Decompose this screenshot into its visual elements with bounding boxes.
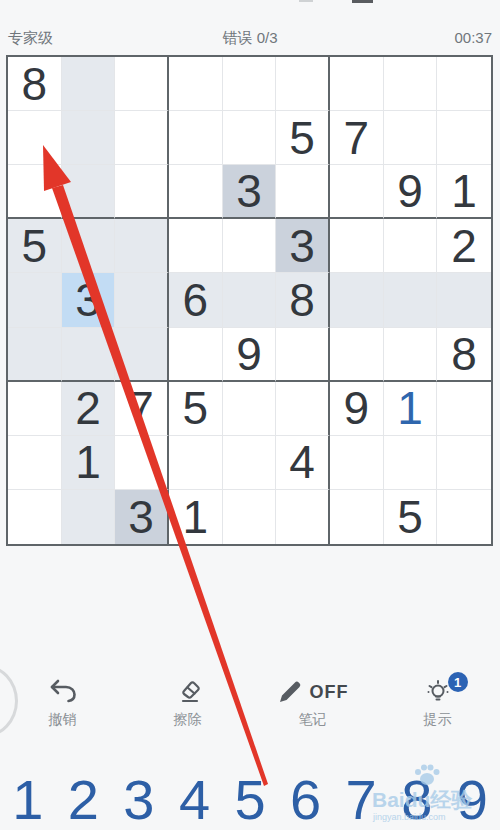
cell-r5c6[interactable]: 8 <box>276 273 330 327</box>
cell-r8c7[interactable] <box>330 436 384 490</box>
cell-r4c4[interactable] <box>169 219 223 273</box>
cell-r2c7[interactable]: 7 <box>330 111 384 165</box>
cell-r5c1[interactable] <box>8 273 62 327</box>
cell-r4c7[interactable] <box>330 219 384 273</box>
cell-r1c5[interactable] <box>223 57 277 111</box>
cell-r6c5[interactable]: 9 <box>223 328 277 382</box>
cell-digit: 9 <box>397 168 423 214</box>
cell-digit: 4 <box>289 439 315 485</box>
notes-toggle-button[interactable]: OFF 笔记 <box>250 676 375 736</box>
cell-r5c9[interactable] <box>437 273 491 327</box>
undo-button[interactable]: 撤销 <box>0 676 125 736</box>
cell-r2c4[interactable] <box>169 111 223 165</box>
toolbar: 撤销 擦除 OFF 笔记 <box>0 676 500 736</box>
numpad-key-5[interactable]: 5 <box>222 770 278 830</box>
cell-r7c2[interactable]: 2 <box>62 382 116 436</box>
cell-r7c6[interactable] <box>276 382 330 436</box>
cell-digit: 7 <box>128 385 154 431</box>
cell-r5c5[interactable] <box>223 273 277 327</box>
game-header: 专家级 错误 0/3 00:37 <box>0 22 500 52</box>
cell-digit: 1 <box>451 168 477 214</box>
numpad-key-2[interactable]: 2 <box>56 770 112 830</box>
erase-button[interactable]: 擦除 <box>125 676 250 736</box>
cell-r4c6[interactable]: 3 <box>276 219 330 273</box>
cell-r2c6[interactable]: 5 <box>276 111 330 165</box>
cell-r4c8[interactable] <box>384 219 438 273</box>
cell-digit: 5 <box>289 115 315 161</box>
cell-digit: 5 <box>183 385 209 431</box>
numpad-key-8[interactable]: 8 <box>389 770 445 830</box>
undo-label: 撤销 <box>49 711 77 729</box>
cell-r5c8[interactable] <box>384 273 438 327</box>
cell-r3c9[interactable]: 1 <box>437 165 491 219</box>
cell-r7c4[interactable]: 5 <box>169 382 223 436</box>
cell-digit: 9 <box>344 385 370 431</box>
numpad-key-1[interactable]: 1 <box>0 770 56 830</box>
cell-digit: 8 <box>451 331 477 377</box>
cell-r9c2[interactable] <box>62 490 116 544</box>
cell-r1c9[interactable] <box>437 57 491 111</box>
pencil-icon <box>277 679 303 705</box>
cell-r2c8[interactable] <box>384 111 438 165</box>
cell-r8c6[interactable]: 4 <box>276 436 330 490</box>
cell-r5c4[interactable]: 6 <box>169 273 223 327</box>
cell-r6c6[interactable] <box>276 328 330 382</box>
cell-r9c5[interactable] <box>223 490 277 544</box>
cell-r6c7[interactable] <box>330 328 384 382</box>
cell-r2c2[interactable] <box>62 111 116 165</box>
notes-state: OFF <box>310 682 349 703</box>
cell-r8c1[interactable] <box>8 436 62 490</box>
cell-r9c3[interactable]: 3 <box>115 490 169 544</box>
cell-digit: 7 <box>344 115 370 161</box>
cell-r8c9[interactable] <box>437 436 491 490</box>
cell-r3c3[interactable] <box>115 165 169 219</box>
cell-r4c1[interactable]: 5 <box>8 219 62 273</box>
hint-button[interactable]: 1 提示 <box>375 676 500 736</box>
cell-r1c1[interactable]: 8 <box>8 57 62 111</box>
cell-r9c4[interactable]: 1 <box>169 490 223 544</box>
cell-r8c5[interactable] <box>223 436 277 490</box>
cell-r7c5[interactable] <box>223 382 277 436</box>
cell-r4c9[interactable]: 2 <box>437 219 491 273</box>
cell-r6c1[interactable] <box>8 328 62 382</box>
cell-r1c2[interactable] <box>62 57 116 111</box>
cell-r7c1[interactable] <box>8 382 62 436</box>
cell-digit: 2 <box>75 385 101 431</box>
cell-r3c6[interactable] <box>276 165 330 219</box>
cell-r1c7[interactable] <box>330 57 384 111</box>
cell-r1c8[interactable] <box>384 57 438 111</box>
cell-r9c8[interactable]: 5 <box>384 490 438 544</box>
cell-r1c4[interactable] <box>169 57 223 111</box>
cell-digit: 8 <box>289 277 315 323</box>
cell-r3c7[interactable] <box>330 165 384 219</box>
cell-r3c8[interactable]: 9 <box>384 165 438 219</box>
cell-r9c9[interactable] <box>437 490 491 544</box>
cell-r8c8[interactable] <box>384 436 438 490</box>
cell-r2c5[interactable] <box>223 111 277 165</box>
numpad-key-6[interactable]: 6 <box>278 770 334 830</box>
cell-digit: 3 <box>128 494 154 540</box>
numpad-key-3[interactable]: 3 <box>111 770 167 830</box>
numpad-key-4[interactable]: 4 <box>167 770 223 830</box>
cell-r7c7[interactable]: 9 <box>330 382 384 436</box>
cell-r2c1[interactable] <box>8 111 62 165</box>
cell-r3c5[interactable]: 3 <box>223 165 277 219</box>
cell-digit: 2 <box>451 223 477 269</box>
cell-digit: 1 <box>183 494 209 540</box>
cell-r4c5[interactable] <box>223 219 277 273</box>
undo-icon <box>49 679 77 705</box>
cell-digit: 3 <box>289 223 315 269</box>
cell-r6c3[interactable] <box>115 328 169 382</box>
cell-r3c1[interactable] <box>8 165 62 219</box>
cell-r2c3[interactable] <box>115 111 169 165</box>
cell-r3c4[interactable] <box>169 165 223 219</box>
cell-r8c3[interactable] <box>115 436 169 490</box>
hint-count-badge: 1 <box>448 672 468 692</box>
cell-r5c2[interactable]: 3 <box>62 273 116 327</box>
sudoku-board: 857391532368982759114315 <box>6 55 493 546</box>
cell-digit: 5 <box>397 494 423 540</box>
mistakes-counter: 错误 0/3 <box>0 29 500 48</box>
cell-r6c4[interactable] <box>169 328 223 382</box>
cell-r7c8[interactable]: 1 <box>384 382 438 436</box>
erase-label: 擦除 <box>174 711 202 729</box>
cell-digit: 9 <box>236 331 262 377</box>
hint-label: 提示 <box>424 711 452 729</box>
cell-r7c9[interactable] <box>437 382 491 436</box>
cell-digit: 5 <box>22 223 48 269</box>
cell-digit: 3 <box>75 277 101 323</box>
cell-r6c8[interactable] <box>384 328 438 382</box>
numpad-key-9[interactable]: 9 <box>445 770 500 830</box>
cell-r4c3[interactable] <box>115 219 169 273</box>
statusbar-remnant-icon <box>299 0 313 2</box>
cell-r2c9[interactable] <box>437 111 491 165</box>
cell-digit: 6 <box>183 277 209 323</box>
cell-r1c6[interactable] <box>276 57 330 111</box>
number-pad: 123456789 <box>0 770 500 830</box>
cell-r3c2[interactable] <box>62 165 116 219</box>
cell-r8c4[interactable] <box>169 436 223 490</box>
cell-r7c3[interactable]: 7 <box>115 382 169 436</box>
statusbar-remnant-icon <box>352 0 373 3</box>
cell-r5c7[interactable] <box>330 273 384 327</box>
cell-r9c6[interactable] <box>276 490 330 544</box>
numpad-key-7[interactable]: 7 <box>333 770 389 830</box>
cell-r9c1[interactable] <box>8 490 62 544</box>
cell-r1c3[interactable] <box>115 57 169 111</box>
cell-r8c2[interactable]: 1 <box>62 436 116 490</box>
timer: 00:37 <box>454 29 492 46</box>
eraser-icon <box>174 678 202 706</box>
cell-r4c2[interactable] <box>62 219 116 273</box>
cell-digit: 1 <box>397 385 423 431</box>
cell-digit: 1 <box>75 439 101 485</box>
cell-r5c3[interactable] <box>115 273 169 327</box>
notes-label: 笔记 <box>299 711 327 729</box>
cell-r9c7[interactable] <box>330 490 384 544</box>
cell-digit: 8 <box>22 61 48 107</box>
cell-r6c2[interactable] <box>62 328 116 382</box>
cell-digit: 3 <box>236 168 262 214</box>
cell-r6c9[interactable]: 8 <box>437 328 491 382</box>
